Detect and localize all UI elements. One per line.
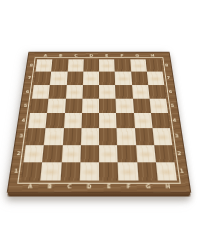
square-h5[interactable] bbox=[149, 98, 168, 113]
square-a1[interactable] bbox=[21, 162, 42, 180]
square-c8[interactable] bbox=[67, 59, 83, 71]
square-e3[interactable] bbox=[99, 128, 117, 144]
square-d8[interactable] bbox=[83, 59, 99, 71]
photo-background: ABCDEFGH ABCDEFGH 87654321 87654321 bbox=[0, 0, 200, 250]
file-label: B bbox=[39, 181, 60, 193]
square-a6[interactable] bbox=[32, 85, 50, 99]
square-g8[interactable] bbox=[130, 59, 147, 71]
square-d5[interactable] bbox=[82, 98, 99, 113]
file-label: H bbox=[145, 52, 161, 60]
square-a2[interactable] bbox=[23, 145, 44, 162]
square-d4[interactable] bbox=[81, 113, 99, 128]
square-b2[interactable] bbox=[42, 145, 62, 162]
square-g6[interactable] bbox=[132, 85, 150, 99]
square-c5[interactable] bbox=[65, 98, 83, 113]
file-label: E bbox=[99, 52, 114, 60]
square-c2[interactable] bbox=[61, 145, 80, 162]
square-b1[interactable] bbox=[41, 162, 62, 180]
square-h2[interactable] bbox=[154, 145, 175, 162]
square-f5[interactable] bbox=[116, 98, 134, 113]
square-a7[interactable] bbox=[34, 72, 52, 85]
file-label: A bbox=[37, 52, 53, 60]
square-e7[interactable] bbox=[99, 72, 115, 85]
square-d1[interactable] bbox=[80, 162, 99, 180]
square-e5[interactable] bbox=[99, 98, 116, 113]
square-e2[interactable] bbox=[99, 145, 118, 162]
rank-label: 3 bbox=[170, 128, 184, 144]
square-a4[interactable] bbox=[28, 113, 47, 128]
square-f8[interactable] bbox=[114, 59, 130, 71]
square-f6[interactable] bbox=[115, 85, 132, 99]
square-d2[interactable] bbox=[80, 145, 99, 162]
file-label: F bbox=[118, 181, 138, 193]
file-label: B bbox=[53, 52, 69, 60]
file-label: G bbox=[138, 181, 159, 193]
file-label: C bbox=[68, 52, 84, 60]
square-g3[interactable] bbox=[135, 128, 154, 144]
file-label: G bbox=[129, 52, 145, 60]
chessboard: ABCDEFGH ABCDEFGH 87654321 87654321 bbox=[19, 33, 179, 193]
board-grid bbox=[21, 59, 177, 180]
board-wooden-border: ABCDEFGH ABCDEFGH 87654321 87654321 bbox=[7, 52, 192, 193]
file-label: D bbox=[79, 181, 99, 193]
square-d6[interactable] bbox=[82, 85, 99, 99]
file-labels-bottom: ABCDEFGH bbox=[19, 181, 178, 193]
file-labels-top: ABCDEFGH bbox=[37, 52, 161, 60]
file-label: C bbox=[59, 181, 79, 193]
square-b4[interactable] bbox=[46, 113, 65, 128]
file-label: F bbox=[114, 52, 130, 60]
square-b3[interactable] bbox=[44, 128, 63, 144]
file-label: A bbox=[19, 181, 40, 193]
square-f7[interactable] bbox=[115, 72, 132, 85]
square-h7[interactable] bbox=[147, 72, 165, 85]
square-f3[interactable] bbox=[117, 128, 136, 144]
rank-label: 8 bbox=[161, 59, 173, 71]
square-h6[interactable] bbox=[148, 85, 166, 99]
square-g7[interactable] bbox=[131, 72, 148, 85]
square-f2[interactable] bbox=[117, 145, 136, 162]
square-e4[interactable] bbox=[99, 113, 117, 128]
square-a8[interactable] bbox=[35, 59, 52, 71]
square-b8[interactable] bbox=[51, 59, 68, 71]
rank-label: 4 bbox=[168, 113, 181, 128]
square-d7[interactable] bbox=[83, 72, 99, 85]
square-h8[interactable] bbox=[145, 59, 162, 71]
square-a3[interactable] bbox=[26, 128, 46, 144]
rank-label: 7 bbox=[163, 72, 175, 85]
square-g2[interactable] bbox=[136, 145, 156, 162]
square-f4[interactable] bbox=[116, 113, 134, 128]
square-c4[interactable] bbox=[63, 113, 81, 128]
rank-label: 1 bbox=[175, 162, 190, 180]
square-e1[interactable] bbox=[99, 162, 118, 180]
square-b6[interactable] bbox=[49, 85, 67, 99]
square-b5[interactable] bbox=[47, 98, 65, 113]
square-g4[interactable] bbox=[134, 113, 153, 128]
rank-label: 5 bbox=[166, 98, 179, 113]
file-label: H bbox=[157, 181, 178, 193]
square-g5[interactable] bbox=[133, 98, 151, 113]
square-c7[interactable] bbox=[66, 72, 83, 85]
square-c6[interactable] bbox=[65, 85, 82, 99]
square-h1[interactable] bbox=[156, 162, 177, 180]
square-f1[interactable] bbox=[118, 162, 138, 180]
square-e8[interactable] bbox=[99, 59, 115, 71]
square-b7[interactable] bbox=[50, 72, 67, 85]
square-d3[interactable] bbox=[81, 128, 99, 144]
file-label: E bbox=[99, 181, 119, 193]
square-g1[interactable] bbox=[137, 162, 158, 180]
square-h4[interactable] bbox=[151, 113, 170, 128]
square-c3[interactable] bbox=[62, 128, 81, 144]
square-c1[interactable] bbox=[60, 162, 80, 180]
square-h3[interactable] bbox=[152, 128, 172, 144]
rank-label: 6 bbox=[164, 85, 177, 99]
square-a5[interactable] bbox=[30, 98, 49, 113]
rank-label: 2 bbox=[172, 145, 186, 162]
square-e6[interactable] bbox=[99, 85, 116, 99]
file-label: D bbox=[84, 52, 99, 60]
